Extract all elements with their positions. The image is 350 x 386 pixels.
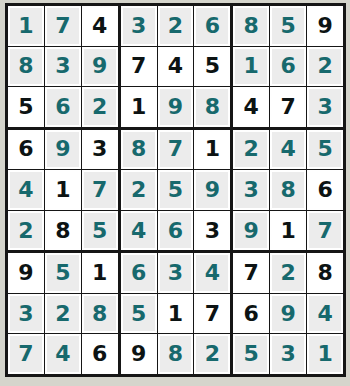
- cell-r7c4[interactable]: 6: [121, 253, 157, 293]
- cell-r5c3[interactable]: 7: [82, 170, 118, 210]
- cell-r7c8[interactable]: 2: [270, 253, 306, 293]
- cell-r9c4[interactable]: 9: [121, 334, 157, 374]
- cell-r3c8[interactable]: 7: [270, 87, 306, 127]
- cell-r6c8[interactable]: 1: [270, 211, 306, 251]
- cell-r1c3[interactable]: 4: [82, 6, 118, 46]
- cell-r8c5[interactable]: 1: [158, 294, 194, 334]
- cell-r4c3[interactable]: 3: [82, 130, 118, 170]
- cell-r6c9[interactable]: 7: [307, 211, 343, 251]
- cell-r2c1[interactable]: 8: [8, 47, 44, 87]
- cell-r3c6[interactable]: 8: [194, 87, 230, 127]
- cell-r9c6[interactable]: 2: [194, 334, 230, 374]
- cell-r4c1[interactable]: 6: [8, 130, 44, 170]
- cell-r7c5[interactable]: 3: [158, 253, 194, 293]
- cell-r2c7[interactable]: 1: [233, 47, 269, 87]
- cell-r2c2[interactable]: 3: [45, 47, 81, 87]
- cell-r7c1[interactable]: 9: [8, 253, 44, 293]
- cell-r4c9[interactable]: 5: [307, 130, 343, 170]
- cell-r9c2[interactable]: 4: [45, 334, 81, 374]
- cell-r3c3[interactable]: 2: [82, 87, 118, 127]
- sudoku-board: 1748395623267451988591624736934172858712…: [5, 3, 346, 377]
- cell-r2c8[interactable]: 6: [270, 47, 306, 87]
- cell-r4c7[interactable]: 2: [233, 130, 269, 170]
- cell-r3c7[interactable]: 4: [233, 87, 269, 127]
- sudoku-block-3: 859162473: [233, 6, 343, 127]
- cell-r8c4[interactable]: 5: [121, 294, 157, 334]
- cell-r9c9[interactable]: 1: [307, 334, 343, 374]
- cell-r1c7[interactable]: 8: [233, 6, 269, 46]
- cell-r6c6[interactable]: 3: [194, 211, 230, 251]
- sudoku-block-6: 245386917: [233, 130, 343, 251]
- cell-r9c3[interactable]: 6: [82, 334, 118, 374]
- cell-r4c8[interactable]: 4: [270, 130, 306, 170]
- cell-r5c5[interactable]: 5: [158, 170, 194, 210]
- sudoku-block-2: 326745198: [121, 6, 231, 127]
- cell-r4c2[interactable]: 9: [45, 130, 81, 170]
- cell-r3c2[interactable]: 6: [45, 87, 81, 127]
- cell-r1c1[interactable]: 1: [8, 6, 44, 46]
- cell-r6c3[interactable]: 5: [82, 211, 118, 251]
- cell-r9c7[interactable]: 5: [233, 334, 269, 374]
- sudoku-block-1: 174839562: [8, 6, 118, 127]
- cell-r9c8[interactable]: 3: [270, 334, 306, 374]
- cell-r2c6[interactable]: 5: [194, 47, 230, 87]
- cell-r6c5[interactable]: 6: [158, 211, 194, 251]
- cell-r3c9[interactable]: 3: [307, 87, 343, 127]
- cell-r9c5[interactable]: 8: [158, 334, 194, 374]
- sudoku-block-5: 871259463: [121, 130, 231, 251]
- sudoku-block-4: 693417285: [8, 130, 118, 251]
- cell-r2c9[interactable]: 2: [307, 47, 343, 87]
- page-background: 1748395623267451988591624736934172858712…: [0, 0, 350, 386]
- cell-r7c2[interactable]: 5: [45, 253, 81, 293]
- cell-r6c1[interactable]: 2: [8, 211, 44, 251]
- sudoku-block-9: 728694531: [233, 253, 343, 374]
- cell-r5c9[interactable]: 6: [307, 170, 343, 210]
- cell-r3c4[interactable]: 1: [121, 87, 157, 127]
- cell-r5c6[interactable]: 9: [194, 170, 230, 210]
- cell-r6c2[interactable]: 8: [45, 211, 81, 251]
- cell-r7c3[interactable]: 1: [82, 253, 118, 293]
- cell-r5c4[interactable]: 2: [121, 170, 157, 210]
- cell-r8c7[interactable]: 6: [233, 294, 269, 334]
- cell-r8c2[interactable]: 2: [45, 294, 81, 334]
- cell-r8c6[interactable]: 7: [194, 294, 230, 334]
- sudoku-block-7: 951328746: [8, 253, 118, 374]
- cell-r5c7[interactable]: 3: [233, 170, 269, 210]
- cell-r8c3[interactable]: 8: [82, 294, 118, 334]
- cell-r5c2[interactable]: 1: [45, 170, 81, 210]
- sudoku-block-8: 634517982: [121, 253, 231, 374]
- cell-r8c8[interactable]: 9: [270, 294, 306, 334]
- cell-r1c4[interactable]: 3: [121, 6, 157, 46]
- cell-r9c1[interactable]: 7: [8, 334, 44, 374]
- cell-r1c8[interactable]: 5: [270, 6, 306, 46]
- cell-r6c4[interactable]: 4: [121, 211, 157, 251]
- cell-r1c2[interactable]: 7: [45, 6, 81, 46]
- cell-r2c5[interactable]: 4: [158, 47, 194, 87]
- cell-r4c6[interactable]: 1: [194, 130, 230, 170]
- cell-r8c9[interactable]: 4: [307, 294, 343, 334]
- cell-r1c5[interactable]: 2: [158, 6, 194, 46]
- cell-r5c8[interactable]: 8: [270, 170, 306, 210]
- cell-r4c5[interactable]: 7: [158, 130, 194, 170]
- cell-r3c1[interactable]: 5: [8, 87, 44, 127]
- cell-r2c3[interactable]: 9: [82, 47, 118, 87]
- cell-r6c7[interactable]: 9: [233, 211, 269, 251]
- cell-r5c1[interactable]: 4: [8, 170, 44, 210]
- cell-r7c9[interactable]: 8: [307, 253, 343, 293]
- cell-r3c5[interactable]: 9: [158, 87, 194, 127]
- cell-r8c1[interactable]: 3: [8, 294, 44, 334]
- cell-r2c4[interactable]: 7: [121, 47, 157, 87]
- cell-r7c6[interactable]: 4: [194, 253, 230, 293]
- cell-r1c9[interactable]: 9: [307, 6, 343, 46]
- cell-r7c7[interactable]: 7: [233, 253, 269, 293]
- cell-r4c4[interactable]: 8: [121, 130, 157, 170]
- cell-r1c6[interactable]: 6: [194, 6, 230, 46]
